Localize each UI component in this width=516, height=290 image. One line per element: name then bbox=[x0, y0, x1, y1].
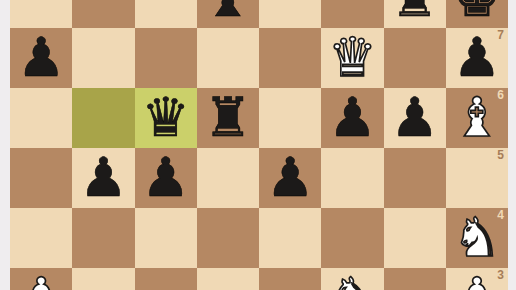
square-d6[interactable]: ♜ bbox=[197, 88, 259, 148]
square-c4[interactable] bbox=[135, 208, 197, 268]
black-pawn[interactable]: ♟ bbox=[259, 148, 321, 208]
square-d7[interactable] bbox=[197, 28, 259, 88]
square-d4[interactable] bbox=[197, 208, 259, 268]
square-e6[interactable] bbox=[259, 88, 321, 148]
black-pawn[interactable]: ♟ bbox=[321, 88, 383, 148]
square-a7[interactable]: ♟ bbox=[10, 28, 72, 88]
square-g5[interactable] bbox=[384, 148, 446, 208]
square-e4[interactable] bbox=[259, 208, 321, 268]
square-c3[interactable] bbox=[135, 268, 197, 290]
square-f4[interactable] bbox=[321, 208, 383, 268]
white-pawn[interactable]: ♟ bbox=[10, 268, 72, 290]
square-c5[interactable]: ♟ bbox=[135, 148, 197, 208]
square-d8[interactable]: ♝ bbox=[197, 0, 259, 28]
black-pawn[interactable]: ♟ bbox=[135, 148, 197, 208]
square-a4[interactable] bbox=[10, 208, 72, 268]
rank-label-6: 6 bbox=[497, 89, 504, 101]
square-h4[interactable]: ♞4 bbox=[446, 208, 508, 268]
square-b7[interactable] bbox=[72, 28, 134, 88]
black-queen[interactable]: ♛ bbox=[135, 88, 197, 148]
chess-app-viewport: ♝♜♚8♟♛♟7♛♜♟♟♝6♟♟♟5♞4♟♞♟321 bbox=[0, 0, 516, 290]
square-h5[interactable]: 5 bbox=[446, 148, 508, 208]
square-g6[interactable]: ♟ bbox=[384, 88, 446, 148]
square-a5[interactable] bbox=[10, 148, 72, 208]
square-a3[interactable]: ♟ bbox=[10, 268, 72, 290]
square-h6[interactable]: ♝6 bbox=[446, 88, 508, 148]
square-e8[interactable] bbox=[259, 0, 321, 28]
square-b5[interactable]: ♟ bbox=[72, 148, 134, 208]
square-c7[interactable] bbox=[135, 28, 197, 88]
white-queen[interactable]: ♛ bbox=[321, 28, 383, 88]
square-g7[interactable] bbox=[384, 28, 446, 88]
square-b8[interactable] bbox=[72, 0, 134, 28]
square-c8[interactable] bbox=[135, 0, 197, 28]
square-b3[interactable] bbox=[72, 268, 134, 290]
square-f6[interactable]: ♟ bbox=[321, 88, 383, 148]
white-knight[interactable]: ♞ bbox=[321, 268, 383, 290]
square-g4[interactable] bbox=[384, 208, 446, 268]
chess-board[interactable]: ♝♜♚8♟♛♟7♛♜♟♟♝6♟♟♟5♞4♟♞♟321 bbox=[10, 0, 508, 290]
square-e7[interactable] bbox=[259, 28, 321, 88]
square-e5[interactable]: ♟ bbox=[259, 148, 321, 208]
square-h8[interactable]: ♚8 bbox=[446, 0, 508, 28]
black-king[interactable]: ♚ bbox=[446, 0, 508, 28]
square-g3[interactable] bbox=[384, 268, 446, 290]
square-a6[interactable] bbox=[10, 88, 72, 148]
black-rook[interactable]: ♜ bbox=[197, 88, 259, 148]
square-d3[interactable] bbox=[197, 268, 259, 290]
rank-label-5: 5 bbox=[497, 149, 504, 161]
black-rook[interactable]: ♜ bbox=[384, 0, 446, 28]
black-pawn[interactable]: ♟ bbox=[10, 28, 72, 88]
square-c6[interactable]: ♛ bbox=[135, 88, 197, 148]
black-bishop[interactable]: ♝ bbox=[197, 0, 259, 28]
square-h3[interactable]: ♟3 bbox=[446, 268, 508, 290]
black-pawn[interactable]: ♟ bbox=[384, 88, 446, 148]
square-b6[interactable] bbox=[72, 88, 134, 148]
square-d5[interactable] bbox=[197, 148, 259, 208]
square-a8[interactable] bbox=[10, 0, 72, 28]
rank-label-4: 4 bbox=[497, 209, 504, 221]
rank-label-3: 3 bbox=[497, 269, 504, 281]
square-f5[interactable] bbox=[321, 148, 383, 208]
square-f3[interactable]: ♞ bbox=[321, 268, 383, 290]
rank-label-7: 7 bbox=[497, 29, 504, 41]
square-h7[interactable]: ♟7 bbox=[446, 28, 508, 88]
square-g8[interactable]: ♜ bbox=[384, 0, 446, 28]
square-f8[interactable] bbox=[321, 0, 383, 28]
square-f7[interactable]: ♛ bbox=[321, 28, 383, 88]
square-b4[interactable] bbox=[72, 208, 134, 268]
square-e3[interactable] bbox=[259, 268, 321, 290]
black-pawn[interactable]: ♟ bbox=[72, 148, 134, 208]
